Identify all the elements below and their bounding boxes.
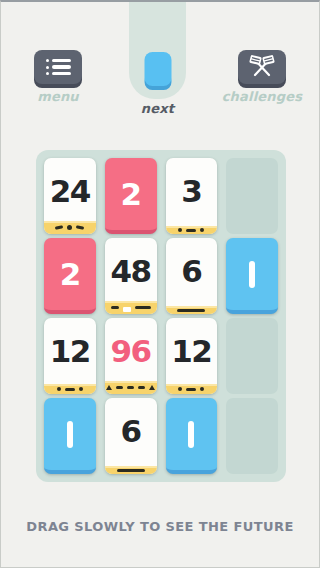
empty-slot <box>226 398 278 474</box>
tile-number: 48 <box>105 238 157 303</box>
tile-number: 12 <box>166 318 218 383</box>
tile-12[interactable]: 12 <box>44 318 96 394</box>
tile-96[interactable]: 96 <box>105 318 157 394</box>
tile-face-strip <box>105 381 157 394</box>
hint-text: DRAG SLOWLY TO SEE THE FUTURE <box>1 519 319 534</box>
tile-12[interactable]: 12 <box>166 318 218 394</box>
tile-number: 2 <box>105 158 157 230</box>
tile-1[interactable] <box>166 398 218 474</box>
menu-label: menu <box>26 89 90 104</box>
tile-face-strip <box>44 384 96 394</box>
tile-number: 96 <box>105 318 157 383</box>
tile-number: 3 <box>166 158 218 223</box>
tile-6[interactable]: 6 <box>105 398 157 474</box>
tile-2[interactable]: 2 <box>105 158 157 234</box>
tile-3[interactable]: 3 <box>166 158 218 234</box>
tile-number <box>226 238 278 310</box>
tile-number: 6 <box>166 238 218 303</box>
tile-face-strip <box>105 466 157 474</box>
tile-1[interactable] <box>44 398 96 474</box>
tile-face-strip <box>166 226 218 234</box>
menu-list-icon <box>46 59 71 76</box>
tile-number <box>166 398 218 470</box>
tile-number: 12 <box>44 318 96 383</box>
next-tile <box>144 52 171 90</box>
challenges-label: challenges <box>219 89 305 104</box>
game-board[interactable]: 242324861296126 <box>36 150 286 482</box>
tile-number: 2 <box>44 238 96 310</box>
threes-game-screen: menu challenges next 242324861296126 DRA… <box>0 0 320 568</box>
tile-number: 24 <box>44 158 96 223</box>
tile-48[interactable]: 48 <box>105 238 157 314</box>
tile-number: 6 <box>105 398 157 463</box>
menu-button[interactable] <box>34 50 82 84</box>
tile-face-strip <box>166 384 218 394</box>
empty-slot <box>226 158 278 234</box>
tile-number <box>44 398 96 470</box>
tile-face-strip <box>105 301 157 314</box>
next-tile-tray <box>129 2 186 99</box>
tile-1[interactable] <box>226 238 278 314</box>
tile-2[interactable]: 2 <box>44 238 96 314</box>
tile-face-strip <box>166 306 218 314</box>
next-label: next <box>129 101 186 116</box>
challenges-button[interactable] <box>238 50 286 84</box>
empty-slot <box>226 318 278 394</box>
tile-face-strip <box>44 221 96 234</box>
crossed-flags-icon <box>247 55 277 79</box>
tile-24[interactable]: 24 <box>44 158 96 234</box>
tile-6[interactable]: 6 <box>166 238 218 314</box>
